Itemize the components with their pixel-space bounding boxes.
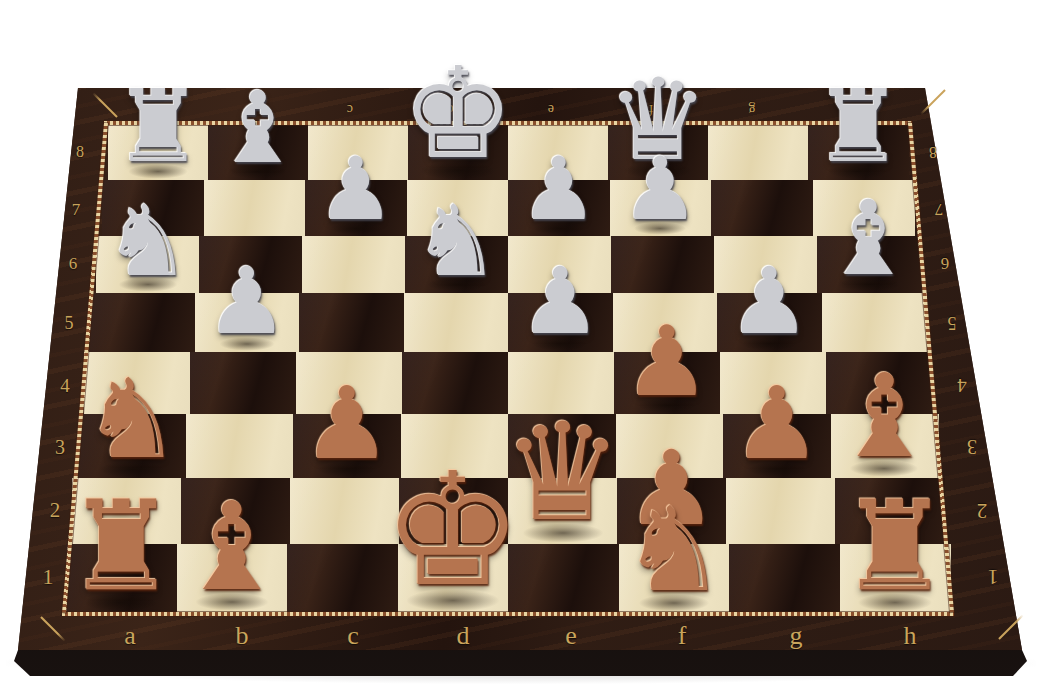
piece-silver-bishop-h6[interactable]: ♝ — [822, 187, 914, 290]
file-label-top-e: e — [548, 102, 554, 116]
square-g7[interactable] — [711, 180, 813, 236]
piece-silver-pawn-e5[interactable]: ♟ — [519, 256, 601, 348]
rank-label-left-2: 2 — [50, 500, 61, 521]
square-b7[interactable] — [204, 180, 306, 236]
rank-label-left-5: 5 — [65, 314, 74, 332]
piece-copper-knight-a3[interactable]: ♞ — [82, 364, 181, 474]
square-b4[interactable] — [190, 352, 297, 414]
file-label-bottom-g: g — [790, 623, 803, 649]
rank-label-left-7: 7 — [72, 201, 81, 218]
piece-copper-pawn-f4[interactable]: ♟ — [624, 313, 711, 410]
piece-silver-pawn-c7[interactable]: ♟ — [317, 146, 395, 233]
piece-silver-knight-d6[interactable]: ♞ — [413, 192, 501, 290]
piece-copper-pawn-c3[interactable]: ♟ — [302, 374, 392, 474]
piece-copper-bishop-b1[interactable]: ♝ — [177, 486, 286, 608]
product-photo: 8765432187654321abcdefghabcdefgh♜♝♚♛♜♟♟♟… — [0, 0, 1041, 685]
square-c1[interactable] — [287, 544, 398, 612]
rank-label-right-1: 1 — [988, 566, 999, 588]
rank-label-left-6: 6 — [69, 255, 78, 272]
file-label-bottom-b: b — [236, 623, 249, 649]
file-label-bottom-e: e — [565, 623, 577, 649]
rank-label-right-6: 6 — [941, 255, 950, 272]
piece-silver-knight-a6[interactable]: ♞ — [104, 192, 192, 290]
rank-label-right-8: 8 — [929, 144, 937, 160]
piece-copper-knight-f1[interactable]: ♞ — [621, 491, 726, 608]
piece-silver-bishop-b8[interactable]: ♝ — [214, 78, 303, 177]
piece-silver-pawn-e7[interactable]: ♟ — [520, 146, 598, 233]
rank-label-right-7: 7 — [935, 201, 944, 218]
piece-silver-king-d8[interactable]: ♚ — [402, 51, 515, 177]
square-g8[interactable] — [708, 125, 809, 180]
file-label-top-g: g — [749, 102, 756, 116]
square-g1[interactable] — [729, 544, 840, 612]
file-label-bottom-d: d — [457, 623, 470, 649]
square-h5[interactable] — [822, 293, 927, 352]
rank-label-right-5: 5 — [948, 314, 957, 332]
square-a5[interactable] — [90, 293, 195, 352]
piece-silver-rook-a8[interactable]: ♜ — [113, 77, 203, 177]
rank-label-left-8: 8 — [76, 144, 84, 160]
rank-label-right-4: 4 — [957, 376, 967, 395]
square-d4[interactable] — [402, 352, 509, 414]
piece-copper-rook-h1[interactable]: ♜ — [839, 484, 950, 608]
piece-silver-rook-h8[interactable]: ♜ — [813, 77, 903, 177]
rank-label-right-2: 2 — [977, 500, 988, 521]
square-c6[interactable] — [302, 236, 406, 293]
file-label-top-c: c — [347, 102, 353, 116]
piece-copper-pawn-g3[interactable]: ♟ — [732, 374, 822, 474]
square-d5[interactable] — [404, 293, 509, 352]
piece-silver-pawn-g5[interactable]: ♟ — [728, 256, 810, 348]
rank-label-left-4: 4 — [60, 376, 70, 395]
piece-copper-bishop-h3[interactable]: ♝ — [833, 359, 936, 474]
square-g2[interactable] — [726, 478, 836, 544]
file-label-bottom-a: a — [124, 623, 136, 649]
rank-label-left-1: 1 — [43, 566, 54, 588]
square-f6[interactable] — [611, 236, 715, 293]
piece-copper-rook-a1[interactable]: ♜ — [66, 484, 177, 608]
file-label-bottom-h: h — [904, 623, 917, 649]
piece-silver-pawn-f7[interactable]: ♟ — [621, 146, 699, 233]
rank-label-right-3: 3 — [967, 437, 977, 457]
piece-silver-pawn-b5[interactable]: ♟ — [206, 256, 288, 348]
rank-label-left-3: 3 — [55, 437, 65, 457]
square-c5[interactable] — [299, 293, 404, 352]
square-b3[interactable] — [186, 414, 294, 478]
file-label-bottom-f: f — [678, 623, 687, 649]
piece-copper-king-d1[interactable]: ♚ — [383, 452, 523, 608]
file-label-bottom-c: c — [347, 623, 359, 649]
square-e1[interactable] — [508, 544, 619, 612]
